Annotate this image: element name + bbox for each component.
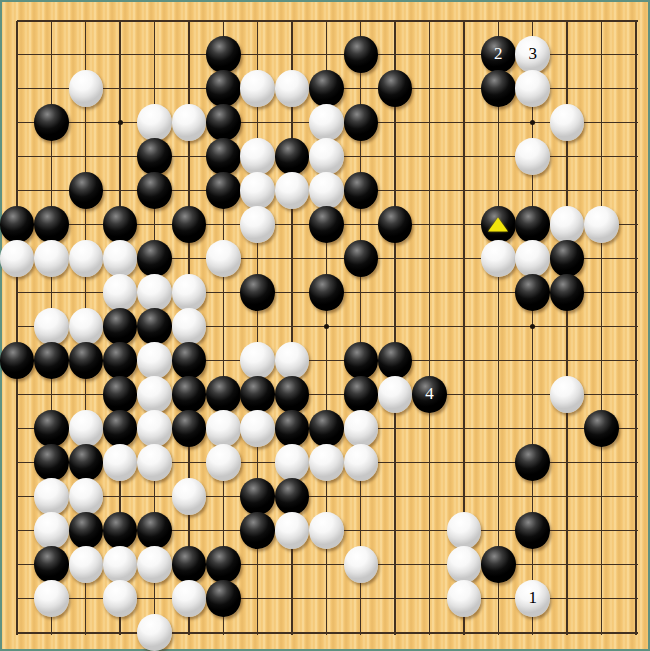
black-stone	[275, 410, 310, 447]
white-stone	[206, 444, 241, 481]
black-stone	[344, 376, 379, 413]
black-stone	[378, 206, 413, 243]
white-stone	[103, 274, 138, 311]
black-stone	[69, 172, 104, 209]
white-stone	[447, 512, 482, 549]
white-stone	[584, 206, 619, 243]
go-app-window: 2341	[0, 0, 650, 651]
white-stone	[309, 512, 344, 549]
black-stone	[103, 410, 138, 447]
white-stone	[240, 206, 275, 243]
grid-line-horizontal	[17, 496, 638, 497]
grid-line-vertical	[498, 21, 499, 635]
white-stone	[137, 376, 172, 413]
black-stone	[172, 342, 207, 379]
black-stone	[378, 70, 413, 107]
move-number-label: 3	[528, 45, 537, 62]
white-stone	[69, 410, 104, 447]
white-stone	[240, 70, 275, 107]
white-stone	[206, 240, 241, 277]
white-stone	[34, 308, 69, 345]
black-stone	[309, 410, 344, 447]
white-stone	[103, 444, 138, 481]
black-stone	[240, 478, 275, 515]
white-stone	[275, 172, 310, 209]
white-stone	[172, 580, 207, 617]
white-stone	[344, 444, 379, 481]
black-stone	[481, 546, 516, 583]
black-stone	[344, 104, 379, 141]
black-stone	[172, 206, 207, 243]
white-stone	[447, 580, 482, 617]
black-stone	[378, 342, 413, 379]
white-stone	[0, 240, 34, 277]
black-stone	[69, 444, 104, 481]
black-stone	[206, 546, 241, 583]
black-stone	[309, 274, 344, 311]
white-stone	[240, 138, 275, 175]
grid-line-vertical	[429, 21, 430, 635]
white-stone	[172, 478, 207, 515]
white-stone	[240, 172, 275, 209]
go-board[interactable]: 2341	[2, 2, 648, 649]
black-stone	[103, 512, 138, 549]
black-stone	[275, 138, 310, 175]
black-stone	[0, 342, 34, 379]
grid-line-vertical	[16, 21, 18, 635]
black-stone: 4	[412, 376, 447, 413]
white-stone	[550, 206, 585, 243]
white-stone	[447, 546, 482, 583]
black-stone	[550, 274, 585, 311]
white-stone	[378, 376, 413, 413]
white-stone	[344, 546, 379, 583]
black-stone	[137, 308, 172, 345]
white-stone	[240, 342, 275, 379]
white-stone	[69, 70, 104, 107]
white-stone	[275, 70, 310, 107]
black-stone	[34, 444, 69, 481]
black-stone	[481, 70, 516, 107]
black-stone	[172, 376, 207, 413]
black-stone	[240, 274, 275, 311]
white-stone	[137, 274, 172, 311]
white-stone	[344, 410, 379, 447]
white-stone	[309, 138, 344, 175]
move-number-label: 2	[494, 45, 503, 62]
white-stone	[69, 478, 104, 515]
white-stone	[309, 104, 344, 141]
white-stone	[34, 580, 69, 617]
white-stone	[275, 512, 310, 549]
black-stone	[103, 206, 138, 243]
black-stone	[550, 240, 585, 277]
white-stone	[309, 444, 344, 481]
white-stone	[103, 580, 138, 617]
black-stone	[206, 376, 241, 413]
black-stone: 2	[481, 36, 516, 73]
black-stone	[344, 240, 379, 277]
white-stone	[550, 104, 585, 141]
black-stone	[584, 410, 619, 447]
black-stone	[137, 138, 172, 175]
black-stone	[515, 274, 550, 311]
black-stone	[103, 376, 138, 413]
white-stone: 3	[515, 36, 550, 73]
white-stone	[515, 138, 550, 175]
white-stone	[137, 444, 172, 481]
white-stone	[172, 274, 207, 311]
white-stone	[481, 240, 516, 277]
black-stone	[206, 104, 241, 141]
white-stone	[137, 104, 172, 141]
white-stone	[137, 342, 172, 379]
white-stone	[172, 308, 207, 345]
grid-line-vertical	[635, 21, 637, 635]
white-stone	[103, 240, 138, 277]
star-point	[530, 324, 535, 329]
star-point	[530, 120, 535, 125]
white-stone	[69, 240, 104, 277]
black-stone	[344, 172, 379, 209]
triangle-marker	[488, 217, 508, 231]
black-stone	[34, 104, 69, 141]
white-stone: 1	[515, 580, 550, 617]
white-stone	[137, 410, 172, 447]
black-stone	[275, 478, 310, 515]
black-stone	[206, 172, 241, 209]
black-stone	[137, 512, 172, 549]
black-stone	[206, 580, 241, 617]
black-stone	[34, 342, 69, 379]
black-stone	[137, 240, 172, 277]
move-number-label: 4	[425, 385, 434, 402]
white-stone	[206, 410, 241, 447]
black-stone	[34, 410, 69, 447]
black-stone	[481, 206, 516, 243]
black-stone	[103, 342, 138, 379]
white-stone	[172, 104, 207, 141]
white-stone	[137, 614, 172, 651]
star-point	[324, 324, 329, 329]
black-stone	[206, 138, 241, 175]
black-stone	[344, 342, 379, 379]
black-stone	[172, 546, 207, 583]
black-stone	[172, 410, 207, 447]
white-stone	[240, 410, 275, 447]
black-stone	[240, 376, 275, 413]
black-stone	[515, 444, 550, 481]
white-stone	[34, 512, 69, 549]
white-stone	[103, 546, 138, 583]
black-stone	[69, 342, 104, 379]
black-stone	[206, 36, 241, 73]
black-stone	[309, 206, 344, 243]
grid-line-vertical	[601, 21, 602, 635]
black-stone	[103, 308, 138, 345]
grid-line-horizontal	[17, 632, 638, 634]
black-stone	[515, 512, 550, 549]
white-stone	[69, 546, 104, 583]
white-stone	[515, 70, 550, 107]
black-stone	[344, 36, 379, 73]
black-stone	[206, 70, 241, 107]
move-number-label: 1	[528, 589, 537, 606]
white-stone	[137, 546, 172, 583]
white-stone	[34, 240, 69, 277]
black-stone	[240, 512, 275, 549]
white-stone	[309, 172, 344, 209]
grid-line-horizontal	[17, 20, 638, 22]
white-stone	[515, 240, 550, 277]
white-stone	[275, 342, 310, 379]
white-stone	[550, 376, 585, 413]
black-stone	[34, 546, 69, 583]
white-stone	[69, 308, 104, 345]
black-stone	[34, 206, 69, 243]
white-stone	[34, 478, 69, 515]
black-stone	[69, 512, 104, 549]
black-stone	[309, 70, 344, 107]
black-stone	[137, 172, 172, 209]
grid-line-vertical	[394, 21, 395, 635]
black-stone	[0, 206, 34, 243]
black-stone	[275, 376, 310, 413]
star-point	[118, 120, 123, 125]
white-stone	[275, 444, 310, 481]
black-stone	[515, 206, 550, 243]
